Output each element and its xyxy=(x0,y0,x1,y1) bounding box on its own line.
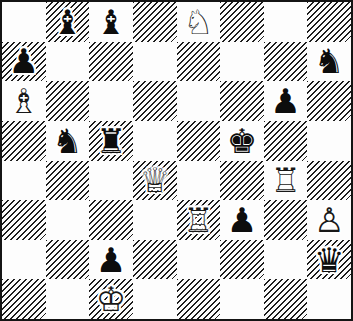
square-b2[interactable] xyxy=(46,240,90,280)
square-c2[interactable]: ♟ xyxy=(89,240,133,280)
square-f2[interactable] xyxy=(220,240,264,280)
white-bishop-a6: ♗ xyxy=(9,84,39,118)
square-a3[interactable] xyxy=(2,200,46,240)
black-knight-h7: ♞ xyxy=(314,44,344,78)
square-b1[interactable] xyxy=(46,279,90,319)
square-h8[interactable] xyxy=(307,2,351,42)
black-pawn-c2: ♟ xyxy=(96,243,126,277)
square-d4[interactable]: ♕ xyxy=(133,161,177,201)
square-d6[interactable] xyxy=(133,81,177,121)
black-bishop-c8: ♝ xyxy=(96,5,126,39)
white-pawn-h3: ♙ xyxy=(314,203,344,237)
square-b7[interactable] xyxy=(46,42,90,82)
chess-board: ♝♝♘♟♞♗♟♞♜♚♕♖♖♟♙♟♛♔ xyxy=(0,0,353,321)
white-knight-e8: ♘ xyxy=(183,5,213,39)
square-b5[interactable]: ♞ xyxy=(46,121,90,161)
square-c5[interactable]: ♜ xyxy=(89,121,133,161)
square-b8[interactable]: ♝ xyxy=(46,2,90,42)
square-a2[interactable] xyxy=(2,240,46,280)
square-g5[interactable] xyxy=(264,121,308,161)
square-a8[interactable] xyxy=(2,2,46,42)
square-h4[interactable] xyxy=(307,161,351,201)
square-g3[interactable] xyxy=(264,200,308,240)
square-g7[interactable] xyxy=(264,42,308,82)
square-e1[interactable] xyxy=(177,279,221,319)
square-f8[interactable] xyxy=(220,2,264,42)
square-d3[interactable] xyxy=(133,200,177,240)
square-h7[interactable]: ♞ xyxy=(307,42,351,82)
square-g6[interactable]: ♟ xyxy=(264,81,308,121)
black-queen-h2: ♛ xyxy=(314,243,344,277)
square-f4[interactable] xyxy=(220,161,264,201)
black-knight-b5: ♞ xyxy=(52,124,82,158)
black-pawn-g6: ♟ xyxy=(270,84,300,118)
square-c4[interactable] xyxy=(89,161,133,201)
square-f1[interactable] xyxy=(220,279,264,319)
square-c7[interactable] xyxy=(89,42,133,82)
black-pawn-a7: ♟ xyxy=(9,44,39,78)
square-b3[interactable] xyxy=(46,200,90,240)
square-g8[interactable] xyxy=(264,2,308,42)
black-bishop-b8: ♝ xyxy=(52,5,82,39)
square-a7[interactable]: ♟ xyxy=(2,42,46,82)
square-a1[interactable] xyxy=(2,279,46,319)
square-g1[interactable] xyxy=(264,279,308,319)
chess-diagram: ♝♝♘♟♞♗♟♞♜♚♕♖♖♟♙♟♛♔ xyxy=(0,0,353,321)
square-c6[interactable] xyxy=(89,81,133,121)
square-c3[interactable] xyxy=(89,200,133,240)
square-f3[interactable]: ♟ xyxy=(220,200,264,240)
white-rook-g4: ♖ xyxy=(270,163,300,197)
white-queen-d4: ♕ xyxy=(139,163,169,197)
square-d1[interactable] xyxy=(133,279,177,319)
square-d7[interactable] xyxy=(133,42,177,82)
black-king-f5: ♚ xyxy=(227,124,257,158)
square-f5[interactable]: ♚ xyxy=(220,121,264,161)
square-d2[interactable] xyxy=(133,240,177,280)
square-e7[interactable] xyxy=(177,42,221,82)
square-c8[interactable]: ♝ xyxy=(89,2,133,42)
white-rook-e3: ♖ xyxy=(183,203,213,237)
black-pawn-f3: ♟ xyxy=(227,203,257,237)
square-e8[interactable]: ♘ xyxy=(177,2,221,42)
square-c1[interactable]: ♔ xyxy=(89,279,133,319)
square-a5[interactable] xyxy=(2,121,46,161)
square-d8[interactable] xyxy=(133,2,177,42)
square-a4[interactable] xyxy=(2,161,46,201)
square-g4[interactable]: ♖ xyxy=(264,161,308,201)
square-h5[interactable] xyxy=(307,121,351,161)
square-a6[interactable]: ♗ xyxy=(2,81,46,121)
square-h2[interactable]: ♛ xyxy=(307,240,351,280)
square-f7[interactable] xyxy=(220,42,264,82)
square-b6[interactable] xyxy=(46,81,90,121)
square-e5[interactable] xyxy=(177,121,221,161)
square-h6[interactable] xyxy=(307,81,351,121)
square-g2[interactable] xyxy=(264,240,308,280)
square-h1[interactable] xyxy=(307,279,351,319)
square-h3[interactable]: ♙ xyxy=(307,200,351,240)
square-d5[interactable] xyxy=(133,121,177,161)
black-rook-c5: ♜ xyxy=(96,124,126,158)
square-b4[interactable] xyxy=(46,161,90,201)
square-e2[interactable] xyxy=(177,240,221,280)
square-e4[interactable] xyxy=(177,161,221,201)
white-king-c1: ♔ xyxy=(96,282,126,316)
square-f6[interactable] xyxy=(220,81,264,121)
square-e3[interactable]: ♖ xyxy=(177,200,221,240)
square-e6[interactable] xyxy=(177,81,221,121)
